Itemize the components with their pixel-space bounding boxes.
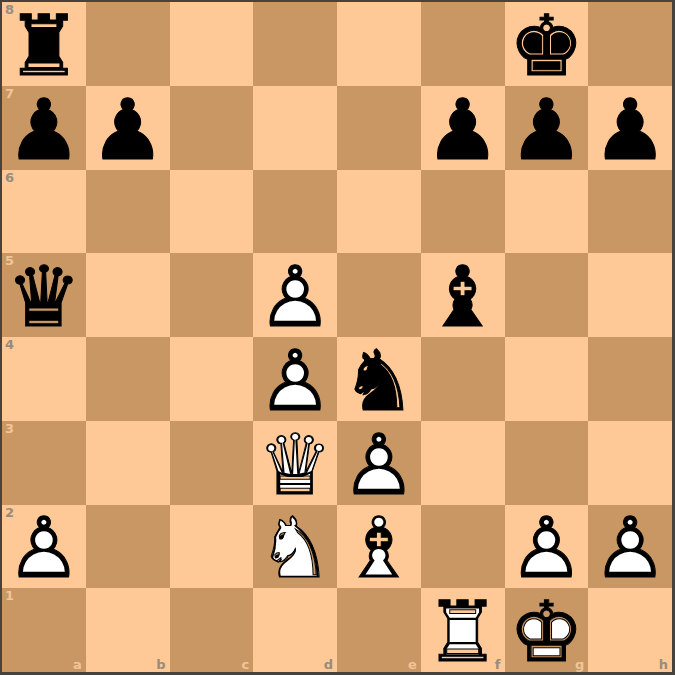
black-queen-piece[interactable]: ♛ — [2, 253, 86, 337]
square-f7[interactable]: ♟ — [421, 86, 505, 170]
square-g4[interactable] — [505, 337, 589, 421]
square-h4[interactable] — [588, 337, 672, 421]
square-d4[interactable]: ♟♙ — [253, 337, 337, 421]
square-d1[interactable]: d — [253, 588, 337, 672]
black-knight-piece[interactable]: ♞ — [337, 337, 421, 421]
square-f3[interactable] — [421, 421, 505, 505]
file-label-e: e — [408, 658, 417, 671]
square-a6[interactable]: 6 — [2, 170, 86, 254]
piece-glyph: ♚ — [509, 4, 584, 88]
piece-glyph: ♟♙ — [257, 255, 332, 339]
square-g1[interactable]: g♚♔ — [505, 588, 589, 672]
square-d6[interactable] — [253, 170, 337, 254]
piece-glyph: ♞♘ — [257, 506, 332, 590]
square-g8[interactable]: ♚ — [505, 2, 589, 86]
square-h1[interactable]: h — [588, 588, 672, 672]
piece-glyph: ♛ — [6, 255, 81, 339]
piece-glyph: ♛♕ — [257, 423, 332, 507]
square-g6[interactable] — [505, 170, 589, 254]
square-e5[interactable] — [337, 253, 421, 337]
square-e8[interactable] — [337, 2, 421, 86]
white-bishop-piece[interactable]: ♝♗ — [337, 505, 421, 589]
square-b5[interactable] — [86, 253, 170, 337]
piece-glyph: ♞ — [341, 339, 416, 423]
square-a1[interactable]: 1a — [2, 588, 86, 672]
square-g7[interactable]: ♟ — [505, 86, 589, 170]
chess-board: 8♜♚7♟♟♟♟♟65♛♟♙♝4♟♙♞3♛♕♟♙2♟♙♞♘♝♗♟♙♟♙1abcd… — [2, 2, 672, 672]
square-b4[interactable] — [86, 337, 170, 421]
piece-glyph: ♟ — [509, 88, 584, 172]
piece-glyph: ♜ — [6, 4, 81, 88]
square-f2[interactable] — [421, 505, 505, 589]
square-c6[interactable] — [170, 170, 254, 254]
square-a8[interactable]: 8♜ — [2, 2, 86, 86]
square-c1[interactable]: c — [170, 588, 254, 672]
square-b6[interactable] — [86, 170, 170, 254]
black-bishop-piece[interactable]: ♝ — [421, 253, 505, 337]
square-d2[interactable]: ♞♘ — [253, 505, 337, 589]
square-c2[interactable] — [170, 505, 254, 589]
white-pawn-piece[interactable]: ♟♙ — [253, 253, 337, 337]
square-c4[interactable] — [170, 337, 254, 421]
white-knight-piece[interactable]: ♞♘ — [253, 505, 337, 589]
black-pawn-piece[interactable]: ♟ — [505, 86, 589, 170]
square-f4[interactable] — [421, 337, 505, 421]
square-g5[interactable] — [505, 253, 589, 337]
square-a2[interactable]: 2♟♙ — [2, 505, 86, 589]
file-label-b: b — [156, 658, 165, 671]
rank-label-3: 3 — [5, 422, 14, 435]
square-f8[interactable] — [421, 2, 505, 86]
square-f5[interactable]: ♝ — [421, 253, 505, 337]
square-a3[interactable]: 3 — [2, 421, 86, 505]
square-h7[interactable]: ♟ — [588, 86, 672, 170]
square-e3[interactable]: ♟♙ — [337, 421, 421, 505]
square-a7[interactable]: 7♟ — [2, 86, 86, 170]
black-pawn-piece[interactable]: ♟ — [588, 86, 672, 170]
square-a4[interactable]: 4 — [2, 337, 86, 421]
black-king-piece[interactable]: ♚ — [505, 2, 589, 86]
file-label-a: a — [73, 658, 82, 671]
square-h3[interactable] — [588, 421, 672, 505]
white-rook-piece[interactable]: ♜♖ — [421, 588, 505, 672]
white-pawn-piece[interactable]: ♟♙ — [2, 505, 86, 589]
square-h5[interactable] — [588, 253, 672, 337]
piece-glyph: ♟ — [6, 88, 81, 172]
square-b7[interactable]: ♟ — [86, 86, 170, 170]
piece-glyph: ♟♙ — [6, 506, 81, 590]
piece-glyph: ♟♙ — [257, 339, 332, 423]
square-g2[interactable]: ♟♙ — [505, 505, 589, 589]
square-e6[interactable] — [337, 170, 421, 254]
chess-board-frame: 8♜♚7♟♟♟♟♟65♛♟♙♝4♟♙♞3♛♕♟♙2♟♙♞♘♝♗♟♙♟♙1abcd… — [0, 0, 675, 675]
piece-glyph: ♝♗ — [341, 506, 416, 590]
piece-glyph: ♟ — [425, 88, 500, 172]
square-a5[interactable]: 5♛ — [2, 253, 86, 337]
square-d5[interactable]: ♟♙ — [253, 253, 337, 337]
rank-label-1: 1 — [5, 589, 14, 602]
piece-glyph: ♜♖ — [425, 590, 500, 674]
square-g3[interactable] — [505, 421, 589, 505]
black-pawn-piece[interactable]: ♟ — [421, 86, 505, 170]
rank-label-6: 6 — [5, 171, 14, 184]
square-e4[interactable]: ♞ — [337, 337, 421, 421]
square-b2[interactable] — [86, 505, 170, 589]
square-d8[interactable] — [253, 2, 337, 86]
piece-glyph: ♚♔ — [509, 590, 584, 674]
square-e7[interactable] — [337, 86, 421, 170]
piece-glyph: ♝ — [425, 255, 500, 339]
square-b3[interactable] — [86, 421, 170, 505]
white-pawn-piece[interactable]: ♟♙ — [337, 421, 421, 505]
file-label-c: c — [242, 658, 250, 671]
square-c8[interactable] — [170, 2, 254, 86]
white-pawn-piece[interactable]: ♟♙ — [253, 337, 337, 421]
square-b8[interactable] — [86, 2, 170, 86]
white-king-piece[interactable]: ♚♔ — [505, 588, 589, 672]
square-d3[interactable]: ♛♕ — [253, 421, 337, 505]
piece-glyph: ♟♙ — [592, 506, 667, 590]
square-f6[interactable] — [421, 170, 505, 254]
rank-label-4: 4 — [5, 338, 14, 351]
square-e1[interactable]: e — [337, 588, 421, 672]
black-rook-piece[interactable]: ♜ — [2, 2, 86, 86]
white-queen-piece[interactable]: ♛♕ — [253, 421, 337, 505]
square-d7[interactable] — [253, 86, 337, 170]
piece-glyph: ♟ — [90, 88, 165, 172]
square-h2[interactable]: ♟♙ — [588, 505, 672, 589]
white-pawn-piece[interactable]: ♟♙ — [505, 505, 589, 589]
square-h6[interactable] — [588, 170, 672, 254]
square-e2[interactable]: ♝♗ — [337, 505, 421, 589]
piece-glyph: ♟ — [592, 88, 667, 172]
square-c5[interactable] — [170, 253, 254, 337]
file-label-h: h — [659, 658, 668, 671]
file-label-d: d — [324, 658, 333, 671]
black-pawn-piece[interactable]: ♟ — [86, 86, 170, 170]
square-f1[interactable]: f♜♖ — [421, 588, 505, 672]
white-pawn-piece[interactable]: ♟♙ — [588, 505, 672, 589]
piece-glyph: ♟♙ — [509, 506, 584, 590]
square-b1[interactable]: b — [86, 588, 170, 672]
square-c3[interactable] — [170, 421, 254, 505]
square-c7[interactable] — [170, 86, 254, 170]
square-h8[interactable] — [588, 2, 672, 86]
piece-glyph: ♟♙ — [341, 423, 416, 507]
black-pawn-piece[interactable]: ♟ — [2, 86, 86, 170]
